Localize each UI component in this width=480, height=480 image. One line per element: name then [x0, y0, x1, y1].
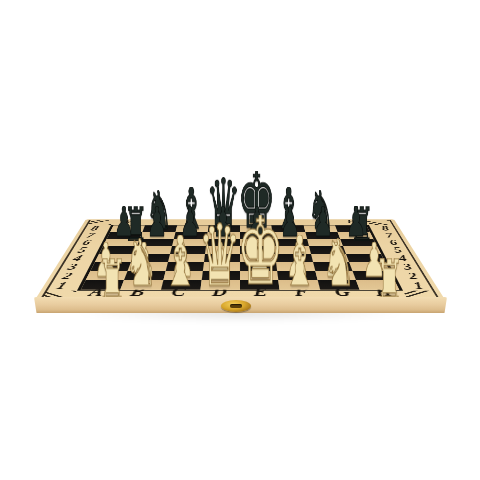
square-g1[interactable]: ♞ [317, 280, 359, 290]
white-knight[interactable]: ♞ [124, 238, 157, 289]
square-f1[interactable]: ♝ [279, 280, 320, 290]
white-knight[interactable]: ♞ [323, 238, 356, 289]
square-a1[interactable]: ♜ [81, 280, 125, 290]
chess-board: ABCDEFGH ABCDEFGH 87654321 87654321 ♜♞♝♛… [35, 219, 446, 300]
square-h1[interactable]: ♜ [356, 280, 400, 290]
board-grid: ♜♞♝♛♚♝♞♜♟♟♟♟♟♟♟♟♟♟♟♟♟♟♟♟♜♞♝♛♚♝♞♜ [77, 225, 403, 291]
white-king[interactable]: ♚ [236, 215, 283, 289]
white-rook[interactable]: ♜ [375, 258, 383, 289]
board-perspective-wrapper: ABCDEFGH ABCDEFGH 87654321 87654321 ♜♞♝♛… [64, 78, 416, 430]
white-queen[interactable]: ♛ [199, 222, 242, 289]
square-b1[interactable]: ♞ [121, 280, 163, 290]
square-e1[interactable]: ♚ [240, 280, 280, 290]
white-bishop[interactable]: ♝ [282, 234, 317, 288]
square-c1[interactable]: ♝ [160, 280, 201, 290]
white-rook[interactable]: ♜ [97, 258, 105, 289]
white-bishop[interactable]: ♝ [163, 234, 198, 288]
brass-clasp [221, 300, 251, 312]
square-d1[interactable]: ♛ [200, 280, 240, 290]
product-photo: ABCDEFGH ABCDEFGH 87654321 87654321 ♜♞♝♛… [0, 0, 480, 480]
